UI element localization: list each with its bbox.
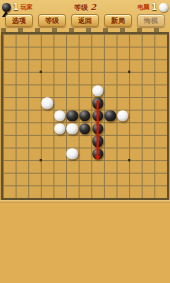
board-cell[interactable]: [91, 122, 104, 135]
board-cell[interactable]: [41, 97, 54, 110]
board-cell[interactable]: [154, 72, 167, 85]
game-screen: 1 玩家 等级 2 电脑 1 选项等级返回新局悔棋: [0, 0, 170, 283]
board-cell[interactable]: [28, 47, 41, 60]
board-cell[interactable]: [16, 34, 29, 47]
board-cell[interactable]: [79, 122, 92, 135]
board-cell[interactable]: [104, 173, 117, 186]
board-cell[interactable]: [28, 34, 41, 47]
board-cell[interactable]: [41, 148, 54, 161]
level-label: 等级: [74, 4, 88, 12]
board-cell[interactable]: [129, 72, 142, 85]
board-cell[interactable]: [28, 84, 41, 97]
board-cell[interactable]: [3, 148, 16, 161]
board-cell[interactable]: [66, 148, 79, 161]
board-cell[interactable]: [79, 97, 92, 110]
board-cell[interactable]: [104, 122, 117, 135]
board-cell[interactable]: [66, 135, 79, 148]
board-cell[interactable]: [3, 34, 16, 47]
board-cell[interactable]: [53, 97, 66, 110]
board-cell[interactable]: [142, 110, 155, 123]
toolbar: 选项等级返回新局悔棋: [0, 14, 170, 28]
board-cell[interactable]: [142, 135, 155, 148]
board-cell[interactable]: [16, 173, 29, 186]
board-cell[interactable]: [66, 34, 79, 47]
board-cell[interactable]: [66, 59, 79, 72]
board-cell[interactable]: [117, 59, 130, 72]
board-cell[interactable]: [129, 47, 142, 60]
board-cell[interactable]: [16, 72, 29, 85]
board-cell[interactable]: [117, 185, 130, 198]
level-indicator: 等级 2: [0, 2, 170, 13]
board-cell[interactable]: [66, 122, 79, 135]
board-cell[interactable]: [154, 148, 167, 161]
board-cell[interactable]: [91, 34, 104, 47]
stone-black: [92, 98, 104, 110]
board-cell[interactable]: [16, 47, 29, 60]
board-cell[interactable]: [53, 135, 66, 148]
board-cell[interactable]: [79, 148, 92, 161]
board-cell[interactable]: [66, 72, 79, 85]
board-cell[interactable]: [142, 97, 155, 110]
board-cell[interactable]: [129, 122, 142, 135]
stone-white: [67, 148, 79, 160]
board-cell[interactable]: [28, 160, 41, 173]
stone-black: [92, 148, 104, 160]
board-cell[interactable]: [104, 97, 117, 110]
board-cell[interactable]: [28, 185, 41, 198]
stone-black: [67, 110, 79, 122]
board-cell[interactable]: [91, 84, 104, 97]
board-cell[interactable]: [129, 59, 142, 72]
board-cell[interactable]: [16, 148, 29, 161]
header: 1 玩家 等级 2 电脑 1: [0, 0, 170, 13]
board-cell[interactable]: [91, 148, 104, 161]
board-cell[interactable]: [154, 173, 167, 186]
board-cell[interactable]: [117, 110, 130, 123]
toolbar-button-2[interactable]: 等级: [38, 14, 66, 27]
board-cell[interactable]: [104, 160, 117, 173]
board-cell[interactable]: [16, 160, 29, 173]
board-cell[interactable]: [53, 59, 66, 72]
board-cell[interactable]: [79, 84, 92, 97]
board-cell[interactable]: [66, 47, 79, 60]
board-cell[interactable]: [66, 97, 79, 110]
board-cell[interactable]: [129, 135, 142, 148]
board-cell[interactable]: [154, 47, 167, 60]
board-cell[interactable]: [79, 160, 92, 173]
board-cell[interactable]: [129, 34, 142, 47]
board-cell[interactable]: [154, 59, 167, 72]
board-cell[interactable]: [91, 47, 104, 60]
board-cell[interactable]: [53, 173, 66, 186]
board-cell[interactable]: [117, 122, 130, 135]
gomoku-board[interactable]: [1, 32, 169, 200]
board-cell[interactable]: [41, 160, 54, 173]
board-cell[interactable]: [16, 185, 29, 198]
board-cell[interactable]: [104, 110, 117, 123]
board-cell[interactable]: [142, 47, 155, 60]
board-cell[interactable]: [129, 110, 142, 123]
board-cell[interactable]: [66, 173, 79, 186]
board-cell[interactable]: [28, 135, 41, 148]
board-cell[interactable]: [79, 72, 92, 85]
board-cell[interactable]: [79, 110, 92, 123]
board-cell[interactable]: [53, 160, 66, 173]
board-cell[interactable]: [91, 72, 104, 85]
board-cell[interactable]: [91, 135, 104, 148]
board-cell[interactable]: [41, 59, 54, 72]
board-cell[interactable]: [3, 185, 16, 198]
board-cell[interactable]: [3, 110, 16, 123]
board-cell[interactable]: [41, 185, 54, 198]
board-cell[interactable]: [28, 97, 41, 110]
board-cell[interactable]: [104, 148, 117, 161]
board-cell[interactable]: [91, 59, 104, 72]
board-cell[interactable]: [16, 97, 29, 110]
board-cell[interactable]: [117, 160, 130, 173]
board-cell[interactable]: [41, 47, 54, 60]
board-cell[interactable]: [3, 160, 16, 173]
board-cell[interactable]: [117, 148, 130, 161]
board-cell[interactable]: [117, 84, 130, 97]
board-cell[interactable]: [79, 59, 92, 72]
board-cell[interactable]: [41, 72, 54, 85]
board-cell[interactable]: [154, 135, 167, 148]
board-cell[interactable]: [3, 173, 16, 186]
board-cell[interactable]: [117, 72, 130, 85]
board-cell[interactable]: [53, 84, 66, 97]
board-cell[interactable]: [79, 47, 92, 60]
board-cell[interactable]: [16, 84, 29, 97]
board-cell[interactable]: [66, 84, 79, 97]
stone-white: [67, 123, 79, 135]
board-cell[interactable]: [28, 173, 41, 186]
board-cell[interactable]: [154, 160, 167, 173]
board-cell[interactable]: [91, 173, 104, 186]
board-cell[interactable]: [117, 135, 130, 148]
board-cell[interactable]: [91, 97, 104, 110]
board-cell[interactable]: [16, 110, 29, 123]
board-cell[interactable]: [129, 160, 142, 173]
board-cell[interactable]: [53, 122, 66, 135]
board-cell[interactable]: [16, 59, 29, 72]
board-cell[interactable]: [91, 160, 104, 173]
board-cell[interactable]: [142, 72, 155, 85]
board-cell[interactable]: [79, 34, 92, 47]
stone-white: [54, 110, 66, 122]
board-cell[interactable]: [3, 122, 16, 135]
board-cell[interactable]: [154, 122, 167, 135]
board-cell[interactable]: [142, 59, 155, 72]
board-cell[interactable]: [53, 110, 66, 123]
board-cell[interactable]: [16, 122, 29, 135]
board-cell[interactable]: [79, 185, 92, 198]
board-cell[interactable]: [41, 84, 54, 97]
board-cell[interactable]: [104, 135, 117, 148]
stone-white: [117, 110, 129, 122]
stone-black: [92, 135, 104, 147]
board-cell[interactable]: [104, 185, 117, 198]
board-cell[interactable]: [154, 84, 167, 97]
board-cell[interactable]: [117, 34, 130, 47]
stone-white: [92, 85, 104, 97]
board-cell[interactable]: [117, 47, 130, 60]
board-cell[interactable]: [129, 185, 142, 198]
board-cell[interactable]: [3, 135, 16, 148]
board-cell[interactable]: [154, 185, 167, 198]
board-cell[interactable]: [3, 47, 16, 60]
board-cell[interactable]: [142, 122, 155, 135]
board-cell[interactable]: [66, 110, 79, 123]
board-cell[interactable]: [104, 34, 117, 47]
stone-black: [92, 123, 104, 135]
board-cell[interactable]: [28, 72, 41, 85]
stone-black: [79, 123, 91, 135]
board-cell[interactable]: [28, 122, 41, 135]
board-grid[interactable]: [3, 34, 167, 198]
board-cell[interactable]: [129, 173, 142, 186]
board-cell[interactable]: [66, 185, 79, 198]
board-cell[interactable]: [142, 185, 155, 198]
board-cell[interactable]: [91, 110, 104, 123]
stone-white: [41, 98, 53, 110]
board-cell[interactable]: [28, 110, 41, 123]
board-cell[interactable]: [154, 34, 167, 47]
board-cell[interactable]: [142, 148, 155, 161]
board-cell[interactable]: [3, 59, 16, 72]
board-cell[interactable]: [142, 84, 155, 97]
board-cell[interactable]: [28, 148, 41, 161]
board-cell[interactable]: [91, 185, 104, 198]
board-cell[interactable]: [142, 34, 155, 47]
board-cell[interactable]: [3, 97, 16, 110]
toolbar-button-1[interactable]: 选项: [5, 14, 33, 27]
board-cell[interactable]: [104, 72, 117, 85]
board-cell[interactable]: [104, 47, 117, 60]
stone-white: [54, 123, 66, 135]
board-cell[interactable]: [79, 173, 92, 186]
board-cell[interactable]: [142, 173, 155, 186]
toolbar-button-4[interactable]: 新局: [104, 14, 132, 27]
stone-black: [92, 110, 104, 122]
board-cell[interactable]: [41, 122, 54, 135]
board-cell[interactable]: [129, 97, 142, 110]
board-cell[interactable]: [53, 72, 66, 85]
board-cell[interactable]: [16, 135, 29, 148]
board-cell[interactable]: [117, 97, 130, 110]
board-cell[interactable]: [129, 148, 142, 161]
board-cell[interactable]: [3, 84, 16, 97]
board-cell[interactable]: [41, 110, 54, 123]
board-cell[interactable]: [53, 148, 66, 161]
board-cell[interactable]: [129, 84, 142, 97]
lower-apron: [0, 203, 170, 283]
board-cell[interactable]: [142, 160, 155, 173]
board-cell[interactable]: [104, 59, 117, 72]
board-cell[interactable]: [104, 84, 117, 97]
board-cell[interactable]: [154, 97, 167, 110]
board-cell[interactable]: [117, 173, 130, 186]
board-cell[interactable]: [3, 72, 16, 85]
toolbar-button-5[interactable]: 悔棋: [137, 14, 165, 27]
board-cell[interactable]: [53, 47, 66, 60]
board-cell[interactable]: [53, 34, 66, 47]
toolbar-button-3[interactable]: 返回: [71, 14, 99, 27]
board-cell[interactable]: [79, 135, 92, 148]
stone-black: [104, 110, 116, 122]
level-value: 2: [90, 2, 96, 12]
stone-black: [79, 110, 91, 122]
board-cell[interactable]: [66, 160, 79, 173]
board-cell[interactable]: [41, 173, 54, 186]
board-cell[interactable]: [41, 135, 54, 148]
board-cell[interactable]: [53, 185, 66, 198]
board-cell[interactable]: [41, 34, 54, 47]
board-cell[interactable]: [28, 59, 41, 72]
board-cell[interactable]: [154, 110, 167, 123]
